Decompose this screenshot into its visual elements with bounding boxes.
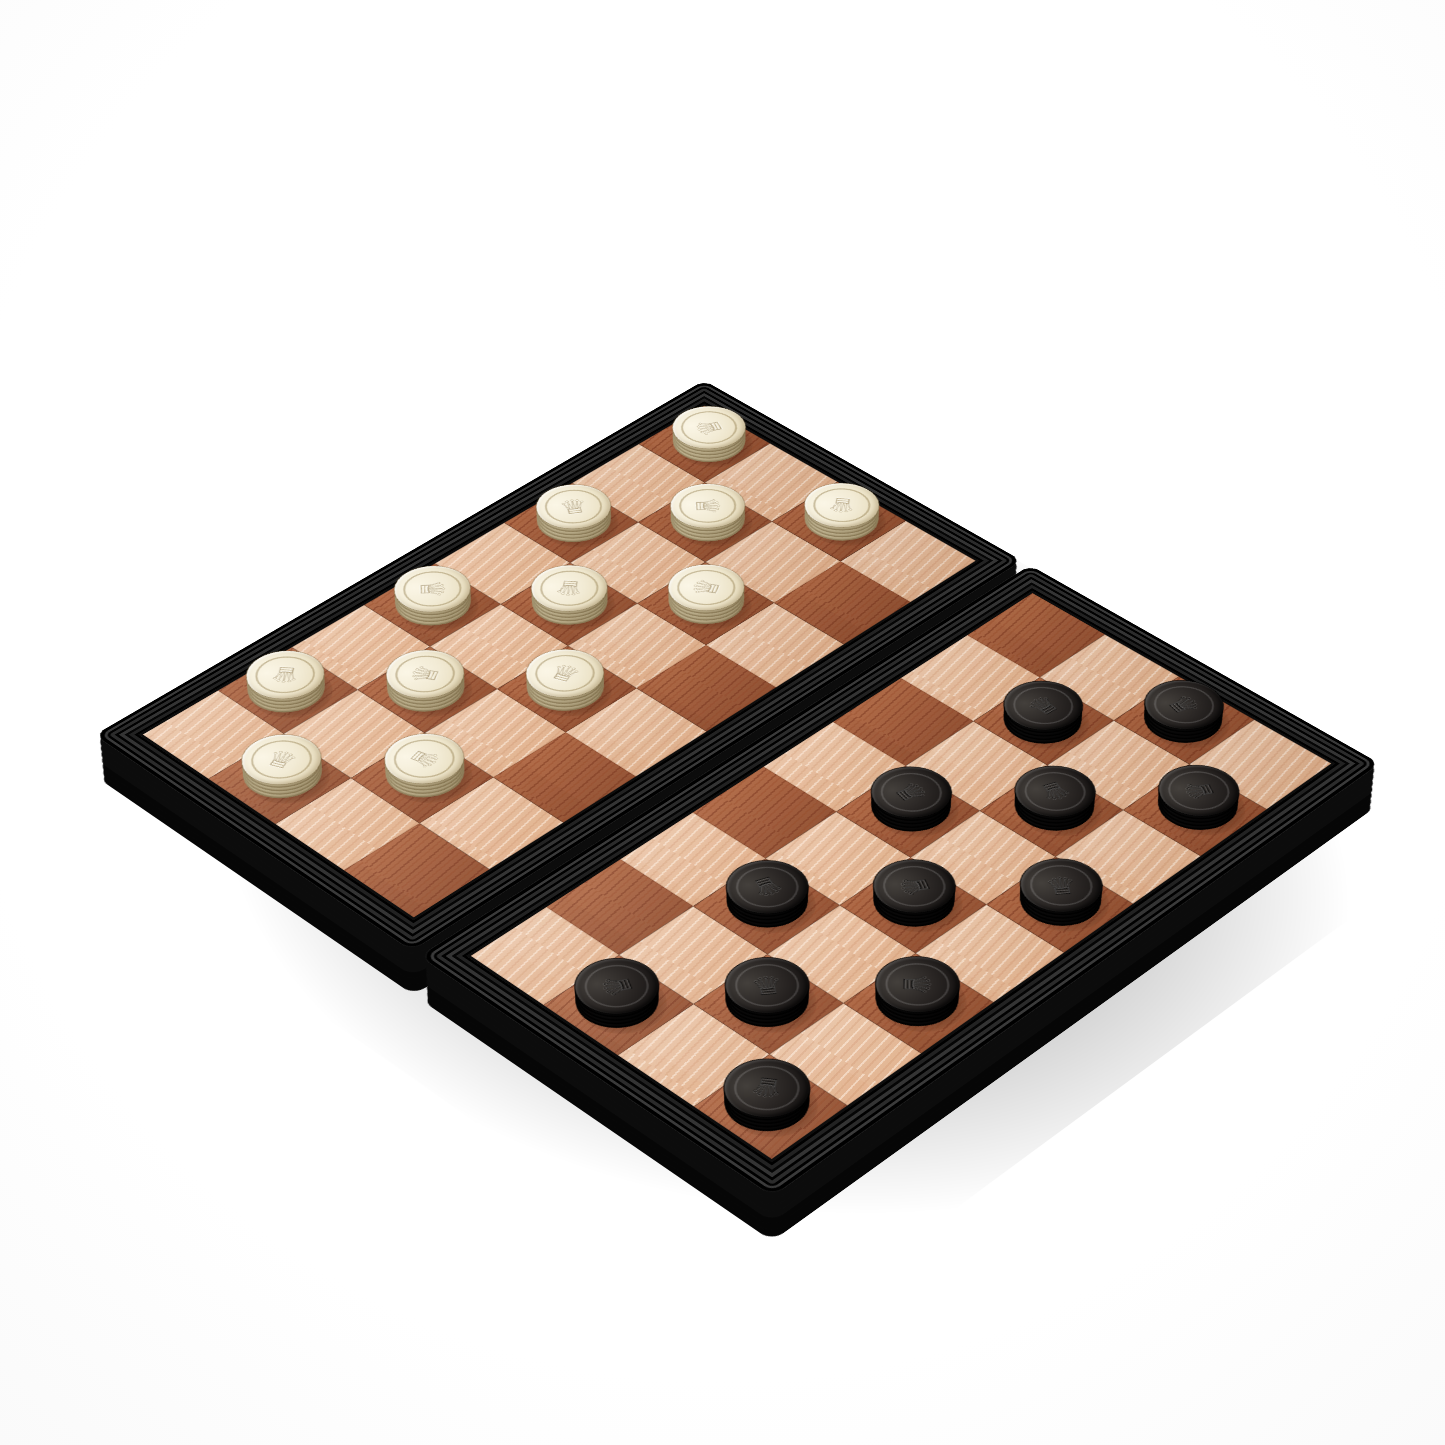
crown-stamp-icon: ♕ (729, 1062, 804, 1113)
crown-stamp-icon: ♕ (525, 649, 603, 697)
crown-stamp-icon: ♕ (251, 655, 318, 694)
crown-stamp-icon: ♕ (402, 570, 461, 607)
crown-stamp-icon: ♕ (673, 406, 744, 447)
crown-stamp-icon: ♕ (726, 860, 809, 914)
checkers-board: ♕♕♕♕♕♕♕♕♕♕♕♕ ♕♕♕♕♕♕♕♕♕♕♕♕ (94, 380, 1379, 1195)
crown-stamp-icon: ♕ (1160, 767, 1237, 814)
crown-stamp-icon: ♕ (810, 486, 872, 523)
white-checker-r3c4[interactable]: ♕ (511, 656, 620, 723)
crown-stamp-icon: ♕ (388, 651, 462, 695)
crown-stamp-icon: ♕ (1025, 863, 1097, 908)
square-r2c3[interactable]: ♕ (357, 646, 496, 732)
crown-stamp-icon: ♕ (885, 962, 949, 1005)
crown-stamp-icon: ♕ (577, 959, 656, 1012)
crown-stamp-icon: ♕ (875, 861, 953, 911)
black-checker-r6c7[interactable]: ♕ (987, 688, 1097, 757)
crown-stamp-icon: ♕ (678, 488, 737, 523)
crown-stamp-icon: ♕ (540, 486, 606, 526)
photo-backdrop: ♕♕♕♕♕♕♕♕♕♕♕♕ ♕♕♕♕♕♕♕♕♕♕♕♕ (0, 0, 1445, 1445)
crown-stamp-icon: ♕ (670, 566, 741, 609)
crown-stamp-icon: ♕ (731, 961, 803, 1009)
crown-stamp-icon: ♕ (536, 569, 601, 607)
square-r8c7[interactable]: ♕ (1123, 764, 1266, 856)
